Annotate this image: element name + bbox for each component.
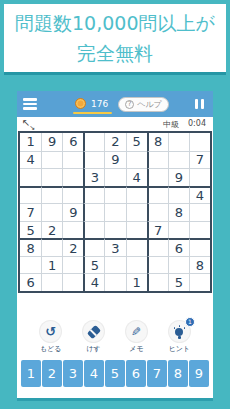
cell-r1c8[interactable] xyxy=(168,133,189,151)
cell-r7c3[interactable]: 2 xyxy=(62,238,83,256)
cell-r7c8[interactable]: 6 xyxy=(168,238,189,256)
erase-label: けす xyxy=(86,344,100,354)
cell-r5c6[interactable] xyxy=(126,203,147,221)
game-panel: 176 ? ヘルプ ↖ ↘ 中級 0:04 196258497349479852… xyxy=(17,91,213,398)
cell-r4c8[interactable] xyxy=(168,186,189,204)
cell-r5c2[interactable] xyxy=(41,203,62,221)
cell-r8c7[interactable] xyxy=(147,256,168,274)
cell-r8c4[interactable]: 5 xyxy=(83,256,104,274)
cell-r4c3[interactable] xyxy=(62,186,83,204)
cell-r3c7[interactable] xyxy=(147,168,168,186)
cell-r2c5[interactable]: 9 xyxy=(104,151,125,169)
cell-r8c2[interactable]: 1 xyxy=(41,256,62,274)
cell-r2c2[interactable] xyxy=(41,151,62,169)
cell-r7c2[interactable] xyxy=(41,238,62,256)
cell-r1c4[interactable] xyxy=(83,133,104,151)
cell-r2c7[interactable] xyxy=(147,151,168,169)
memo-label: メモ xyxy=(129,344,143,354)
cell-r2c8[interactable] xyxy=(168,151,189,169)
cell-r1c7[interactable]: 8 xyxy=(147,133,168,151)
cell-r7c9[interactable] xyxy=(189,238,210,256)
cell-r5c3[interactable]: 9 xyxy=(62,203,83,221)
numpad: 123456789 xyxy=(21,360,209,387)
cell-r5c4[interactable] xyxy=(83,203,104,221)
cell-r5c8[interactable]: 8 xyxy=(168,203,189,221)
cell-r9c3[interactable] xyxy=(62,273,83,291)
hint-badge: 1 xyxy=(185,317,195,327)
numpad-key-5[interactable]: 5 xyxy=(105,360,125,387)
cell-r8c5[interactable] xyxy=(104,256,125,274)
promo-line1: 問題数10,000問以上が xyxy=(15,8,215,38)
cell-r3c4[interactable]: 3 xyxy=(83,168,104,186)
pause-button[interactable] xyxy=(195,99,204,109)
undo-button[interactable]: ↺ もどる xyxy=(40,321,62,355)
memo-button[interactable]: ✎ メモ xyxy=(126,321,147,355)
cell-r7c5[interactable]: 3 xyxy=(104,238,125,256)
numpad-key-3[interactable]: 3 xyxy=(63,360,83,387)
promo-line2: 完全無料 xyxy=(77,38,153,68)
cell-r6c9[interactable] xyxy=(189,221,210,239)
cell-r2c4[interactable] xyxy=(83,151,104,169)
numpad-key-8[interactable]: 8 xyxy=(168,360,188,387)
cell-r2c1[interactable]: 4 xyxy=(20,151,41,169)
cell-r9c5[interactable] xyxy=(104,273,125,291)
menu-icon xyxy=(23,98,37,101)
timer: 0:04 xyxy=(188,119,206,130)
numpad-area: 123456789 xyxy=(17,355,213,398)
status-right: 中級 0:04 xyxy=(163,119,208,130)
numpad-key-1[interactable]: 1 xyxy=(21,360,41,387)
cell-r8c1[interactable] xyxy=(20,256,41,274)
undo-label: もどる xyxy=(40,344,62,354)
cell-r6c4[interactable] xyxy=(83,221,104,239)
cell-r6c5[interactable] xyxy=(104,221,125,239)
page: 問題数10,000問以上が 完全無料 176 ? ヘルプ ↖ ↘ xyxy=(0,0,230,409)
cell-r3c2[interactable] xyxy=(41,168,62,186)
hint-button[interactable]: 1 ヒント xyxy=(169,321,191,355)
cell-r1c5[interactable]: 2 xyxy=(104,133,125,151)
cell-r1c3[interactable]: 6 xyxy=(62,133,83,151)
cell-r4c7[interactable] xyxy=(147,186,168,204)
cell-r3c1[interactable] xyxy=(20,168,41,186)
cell-r7c6[interactable] xyxy=(126,238,147,256)
cell-r5c5[interactable] xyxy=(104,203,125,221)
numpad-key-7[interactable]: 7 xyxy=(147,360,167,387)
help-button[interactable]: ? ヘルプ xyxy=(118,97,169,112)
numpad-key-6[interactable]: 6 xyxy=(126,360,146,387)
cell-r8c6[interactable] xyxy=(126,256,147,274)
coin-count: 176 xyxy=(91,99,108,109)
cell-r5c9[interactable] xyxy=(189,203,210,221)
cell-r7c4[interactable] xyxy=(83,238,104,256)
erase-button[interactable]: けす xyxy=(83,321,104,355)
cell-r9c8[interactable]: 5 xyxy=(168,273,189,291)
cell-r5c7[interactable] xyxy=(147,203,168,221)
cell-r5c1[interactable]: 7 xyxy=(20,203,41,221)
cell-r2c9[interactable]: 7 xyxy=(189,151,210,169)
toolbar: ↺ もどる けす ✎ メモ 1 ヒント xyxy=(17,293,213,355)
cell-r8c9[interactable]: 8 xyxy=(189,256,210,274)
cell-r4c2[interactable] xyxy=(41,186,62,204)
lightbulb-icon xyxy=(172,325,186,339)
cell-r1c9[interactable] xyxy=(189,133,210,151)
cell-r9c4[interactable]: 4 xyxy=(83,273,104,291)
cell-r6c8[interactable] xyxy=(168,221,189,239)
cell-r1c2[interactable]: 9 xyxy=(41,133,62,151)
cell-r9c9[interactable] xyxy=(189,273,210,291)
cell-r3c6[interactable]: 4 xyxy=(126,168,147,186)
question-icon: ? xyxy=(125,100,134,109)
cell-r7c1[interactable]: 8 xyxy=(20,238,41,256)
numpad-key-4[interactable]: 4 xyxy=(84,360,104,387)
cell-r3c3[interactable] xyxy=(62,168,83,186)
coin-counter[interactable]: 176 xyxy=(75,98,108,110)
cell-r2c3[interactable] xyxy=(62,151,83,169)
cell-r9c1[interactable]: 6 xyxy=(20,273,41,291)
cell-r8c8[interactable] xyxy=(168,256,189,274)
eraser-icon xyxy=(87,324,101,338)
cell-r4c4[interactable] xyxy=(83,186,104,204)
cell-r4c9[interactable]: 4 xyxy=(189,186,210,204)
coin-icon xyxy=(75,98,86,109)
cell-r4c6[interactable] xyxy=(126,186,147,204)
cell-r9c2[interactable] xyxy=(41,273,62,291)
hint-label: ヒント xyxy=(169,344,191,354)
cell-r6c2[interactable]: 2 xyxy=(41,221,62,239)
cursor-icon: ↖ ↘ xyxy=(22,118,34,130)
numpad-key-2[interactable]: 2 xyxy=(42,360,62,387)
help-label: ヘルプ xyxy=(137,99,162,110)
cell-r4c5[interactable] xyxy=(104,186,125,204)
sudoku-grid: 196258497349479852782361586415 xyxy=(18,131,212,293)
status-bar: ↖ ↘ 中級 0:04 xyxy=(17,117,213,131)
menu-button[interactable] xyxy=(23,98,37,110)
cell-r4c1[interactable] xyxy=(20,186,41,204)
cell-r6c3[interactable] xyxy=(62,221,83,239)
cell-r1c1[interactable]: 1 xyxy=(20,133,41,151)
cell-r6c6[interactable] xyxy=(126,221,147,239)
difficulty-label: 中級 xyxy=(163,119,179,130)
cell-r6c7[interactable]: 7 xyxy=(147,221,168,239)
pause-icon xyxy=(195,99,198,109)
cell-r8c3[interactable] xyxy=(62,256,83,274)
cell-r3c8[interactable]: 9 xyxy=(168,168,189,186)
pencil-icon: ✎ xyxy=(131,326,141,338)
cell-r9c6[interactable]: 1 xyxy=(126,273,147,291)
cell-r3c9[interactable] xyxy=(189,168,210,186)
cell-r7c7[interactable] xyxy=(147,238,168,256)
cell-r3c5[interactable] xyxy=(104,168,125,186)
cell-r6c1[interactable]: 5 xyxy=(20,221,41,239)
promo-banner[interactable]: 問題数10,000問以上が 完全無料 xyxy=(4,4,226,72)
cell-r9c7[interactable] xyxy=(147,273,168,291)
cell-r1c6[interactable]: 5 xyxy=(126,133,147,151)
game-header: 176 ? ヘルプ xyxy=(17,91,213,117)
cell-r2c6[interactable] xyxy=(126,151,147,169)
numpad-key-9[interactable]: 9 xyxy=(189,360,209,387)
undo-icon: ↺ xyxy=(45,325,56,338)
